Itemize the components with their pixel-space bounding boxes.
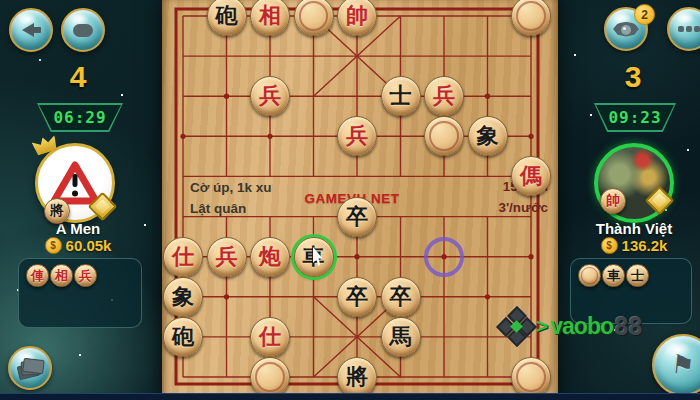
spectator-count-badge: 2 (634, 4, 655, 25)
red-soldier-piece[interactable]: 兵 (337, 116, 377, 156)
black-elephant-piece[interactable]: 象 (163, 277, 203, 317)
face-down-piece[interactable] (294, 0, 334, 36)
left-timer-value: 06:29 (53, 108, 106, 127)
more-dots-icon (678, 26, 700, 32)
left-captured-tray: 俥相兵 (18, 258, 142, 328)
chat-button[interactable] (61, 8, 105, 52)
face-down-piece[interactable] (511, 0, 551, 36)
red-soldier-piece[interactable]: 兵 (250, 76, 290, 116)
right-money-value: 136.2k (622, 237, 668, 254)
red-chariot-captured-piece: 俥 (26, 264, 49, 287)
back-arrow-icon (22, 23, 41, 37)
coin-icon: $ (601, 237, 618, 254)
red-elephant-captured-piece: 相 (50, 264, 73, 287)
red-soldier-piece[interactable]: 兵 (207, 237, 247, 277)
black-chariot-captured-piece: 車 (602, 264, 625, 287)
face-down-piece[interactable] (511, 357, 551, 397)
right-player-name: Thành Việt (569, 220, 699, 237)
logo-text-dark: 88 (614, 312, 642, 341)
back-button[interactable] (9, 8, 53, 52)
black-soldier-piece[interactable]: 卒 (381, 277, 421, 317)
chat-bubble-icon (73, 24, 93, 37)
right-side-badge-red-general: 帥 (600, 188, 626, 214)
face-down-piece[interactable] (250, 357, 290, 397)
red-advisor-piece[interactable]: 仕 (163, 237, 203, 277)
right-player-score: 3 (603, 60, 663, 94)
red-elephant-piece[interactable]: 相 (250, 0, 290, 36)
red-horse-piece[interactable]: 傌 (511, 156, 551, 196)
black-elephant-piece[interactable]: 象 (468, 116, 508, 156)
logo-text-green: vaobo (550, 313, 613, 340)
left-player-timer: 06:29 (37, 103, 123, 132)
face-down-captured-piece (578, 264, 601, 287)
black-advisor-piece[interactable]: 士 (381, 76, 421, 116)
right-timer-value: 09:23 (608, 108, 661, 127)
face-down-piece[interactable] (424, 116, 464, 156)
black-cannon-piece[interactable]: 砲 (207, 0, 247, 36)
red-soldier-piece[interactable]: 兵 (424, 76, 464, 116)
red-advisor-piece[interactable]: 仕 (250, 317, 290, 357)
cards-icon (18, 359, 42, 377)
flag-icon: ⚑ (670, 348, 696, 381)
left-player-score: 4 (48, 60, 108, 94)
gloss (18, 13, 36, 25)
surrender-flag-button[interactable]: ⚑ (652, 334, 700, 396)
left-money-value: 60.05k (66, 237, 112, 254)
logo-arrow: > (536, 314, 548, 338)
left-player-name: A Men (13, 220, 143, 237)
vaobo88-logo: > vaobo 88 (498, 308, 642, 345)
gloss (676, 12, 694, 24)
red-cannon-piece[interactable]: 炮 (250, 237, 290, 277)
right-player-money: $ 136.2k (584, 237, 684, 254)
left-side-badge-black-general: 將 (44, 198, 70, 224)
right-player-timer: 09:23 (594, 103, 676, 132)
red-soldier-captured-piece: 兵 (74, 264, 97, 287)
black-soldier-piece[interactable]: 卒 (337, 197, 377, 237)
vaobo-diamond-icon (498, 308, 535, 345)
black-advisor-captured-piece: 士 (626, 264, 649, 287)
black-cannon-piece[interactable]: 砲 (163, 317, 203, 357)
left-player-money: $ 60.05k (28, 237, 128, 254)
coin-icon: $ (45, 237, 62, 254)
more-options-button[interactable] (667, 7, 700, 51)
black-general-piece[interactable]: 將 (337, 357, 377, 397)
game-screen: Cờ úp, 1k xu Lật quân GAMEVH.NET 15'/ván… (0, 0, 700, 400)
red-general-piece[interactable]: 帥 (337, 0, 377, 36)
cards-button[interactable] (8, 346, 52, 390)
bottom-bar (0, 393, 700, 400)
black-horse-piece[interactable]: 馬 (381, 317, 421, 357)
black-soldier-piece[interactable]: 卒 (337, 277, 377, 317)
eye-icon (613, 22, 639, 37)
